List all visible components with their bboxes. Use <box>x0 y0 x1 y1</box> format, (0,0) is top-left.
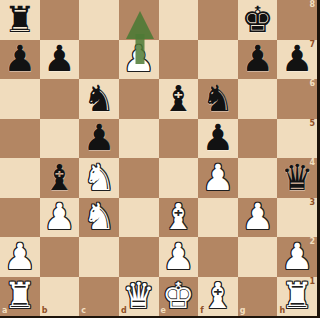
black-knight-c6: ♞ <box>83 81 115 117</box>
rank-label-7: 7 <box>309 41 315 49</box>
square-e2[interactable]: ♟ <box>159 237 199 277</box>
rank-label-8: 8 <box>309 1 315 9</box>
square-b2[interactable] <box>40 237 80 277</box>
square-g2[interactable] <box>238 237 278 277</box>
square-b8[interactable] <box>40 0 80 40</box>
chess-diagram: ♜♚8♟♟♟♟♟7♞♝♞6♟♟5♝♞♟♛4♟♞♝♟3♟♟♟2♜abc♛d♚e♝f… <box>0 0 320 318</box>
white-knight-c4: ♞ <box>83 160 115 196</box>
black-king-g8: ♚ <box>241 2 273 38</box>
black-pawn-a7: ♟ <box>4 41 36 77</box>
square-h1[interactable]: ♜1h <box>277 277 317 317</box>
square-f1[interactable]: ♝f <box>198 277 238 317</box>
file-label-g: g <box>240 307 246 315</box>
square-a5[interactable] <box>0 119 40 159</box>
square-b7[interactable]: ♟ <box>40 40 80 80</box>
rank-label-5: 5 <box>309 120 315 128</box>
rank-label-1: 1 <box>309 278 315 286</box>
black-queen-h4: ♛ <box>281 160 313 196</box>
square-d2[interactable] <box>119 237 159 277</box>
black-pawn-c5: ♟ <box>83 120 115 156</box>
file-label-d: d <box>121 307 127 315</box>
square-a8[interactable]: ♜ <box>0 0 40 40</box>
square-d6[interactable] <box>119 79 159 119</box>
square-f6[interactable]: ♞ <box>198 79 238 119</box>
square-f5[interactable]: ♟ <box>198 119 238 159</box>
square-d8[interactable] <box>119 0 159 40</box>
white-rook-a1: ♜ <box>4 278 36 314</box>
rank-label-3: 3 <box>309 199 315 207</box>
square-a1[interactable]: ♜a <box>0 277 40 317</box>
square-d4[interactable] <box>119 158 159 198</box>
square-d1[interactable]: ♛d <box>119 277 159 317</box>
black-pawn-b7: ♟ <box>43 41 75 77</box>
square-c8[interactable] <box>79 0 119 40</box>
black-bishop-b4: ♝ <box>43 160 75 196</box>
black-pawn-f5: ♟ <box>202 120 234 156</box>
square-d5[interactable] <box>119 119 159 159</box>
file-label-a: a <box>2 307 7 315</box>
square-g8[interactable]: ♚ <box>238 0 278 40</box>
square-e1[interactable]: ♚e <box>159 277 199 317</box>
rank-label-4: 4 <box>309 159 315 167</box>
square-e8[interactable] <box>159 0 199 40</box>
square-g4[interactable] <box>238 158 278 198</box>
square-c2[interactable] <box>79 237 119 277</box>
square-g6[interactable] <box>238 79 278 119</box>
square-e7[interactable] <box>159 40 199 80</box>
square-a2[interactable]: ♟ <box>0 237 40 277</box>
square-c6[interactable]: ♞ <box>79 79 119 119</box>
square-f3[interactable] <box>198 198 238 238</box>
file-label-f: f <box>200 307 203 315</box>
square-b1[interactable]: b <box>40 277 80 317</box>
square-a4[interactable] <box>0 158 40 198</box>
square-f7[interactable] <box>198 40 238 80</box>
square-c7[interactable] <box>79 40 119 80</box>
square-h5[interactable]: 5 <box>277 119 317 159</box>
rank-label-6: 6 <box>309 80 315 88</box>
square-f4[interactable]: ♟ <box>198 158 238 198</box>
square-g3[interactable]: ♟ <box>238 198 278 238</box>
square-a6[interactable] <box>0 79 40 119</box>
square-c3[interactable]: ♞ <box>79 198 119 238</box>
square-a3[interactable] <box>0 198 40 238</box>
white-king-e1: ♚ <box>162 278 194 314</box>
white-pawn-a2: ♟ <box>4 239 36 275</box>
square-c5[interactable]: ♟ <box>79 119 119 159</box>
square-g7[interactable]: ♟ <box>238 40 278 80</box>
square-c1[interactable]: c <box>79 277 119 317</box>
square-d3[interactable] <box>119 198 159 238</box>
square-b6[interactable] <box>40 79 80 119</box>
square-b5[interactable] <box>40 119 80 159</box>
black-pawn-h7: ♟ <box>281 41 313 77</box>
square-g5[interactable] <box>238 119 278 159</box>
white-pawn-g3: ♟ <box>241 199 273 235</box>
file-label-e: e <box>161 307 166 315</box>
square-a7[interactable]: ♟ <box>0 40 40 80</box>
square-f8[interactable] <box>198 0 238 40</box>
white-pawn-h2: ♟ <box>281 239 313 275</box>
square-h8[interactable]: 8 <box>277 0 317 40</box>
white-pawn-d7: ♟ <box>123 41 155 77</box>
file-label-h: h <box>279 307 285 315</box>
square-h6[interactable]: 6 <box>277 79 317 119</box>
white-bishop-f1: ♝ <box>202 278 234 314</box>
black-rook-a8: ♜ <box>4 2 36 38</box>
square-g1[interactable]: g <box>238 277 278 317</box>
black-knight-f6: ♞ <box>202 81 234 117</box>
file-label-b: b <box>42 307 48 315</box>
file-label-c: c <box>81 307 86 315</box>
square-b4[interactable]: ♝ <box>40 158 80 198</box>
square-h4[interactable]: ♛4 <box>277 158 317 198</box>
square-c4[interactable]: ♞ <box>79 158 119 198</box>
square-e6[interactable]: ♝ <box>159 79 199 119</box>
square-h3[interactable]: 3 <box>277 198 317 238</box>
white-pawn-b3: ♟ <box>43 199 75 235</box>
black-bishop-e6: ♝ <box>162 81 194 117</box>
square-d7[interactable]: ♟ <box>119 40 159 80</box>
square-h7[interactable]: ♟7 <box>277 40 317 80</box>
square-h2[interactable]: ♟2 <box>277 237 317 277</box>
white-pawn-e2: ♟ <box>162 239 194 275</box>
white-rook-h1: ♜ <box>281 278 313 314</box>
square-f2[interactable] <box>198 237 238 277</box>
square-e5[interactable] <box>159 119 199 159</box>
square-b3[interactable]: ♟ <box>40 198 80 238</box>
rank-label-2: 2 <box>309 238 315 246</box>
white-bishop-e3: ♝ <box>162 199 194 235</box>
black-pawn-g7: ♟ <box>241 41 273 77</box>
chess-board: ♜♚8♟♟♟♟♟7♞♝♞6♟♟5♝♞♟♛4♟♞♝♟3♟♟♟2♜abc♛d♚e♝f… <box>0 0 320 318</box>
white-queen-d1: ♛ <box>123 278 155 314</box>
white-knight-c3: ♞ <box>83 199 115 235</box>
white-pawn-f4: ♟ <box>202 160 234 196</box>
square-e3[interactable]: ♝ <box>159 198 199 238</box>
square-e4[interactable] <box>159 158 199 198</box>
